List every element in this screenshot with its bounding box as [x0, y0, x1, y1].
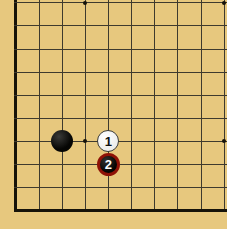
black-stone-E3-move-2-last-move[interactable]: 2: [97, 153, 120, 176]
go-board[interactable]: 12: [0, 0, 227, 229]
move-number-label: 2: [105, 158, 112, 171]
star-point-hoshi: [222, 1, 226, 5]
star-point-hoshi: [83, 139, 87, 143]
star-point-hoshi: [222, 139, 226, 143]
move-number-label: 1: [105, 135, 112, 148]
black-stone-C4[interactable]: [51, 130, 73, 152]
white-stone-E4-move-1[interactable]: 1: [97, 130, 119, 152]
board-intersections: 12: [4, 0, 227, 222]
star-point-hoshi: [83, 1, 87, 5]
